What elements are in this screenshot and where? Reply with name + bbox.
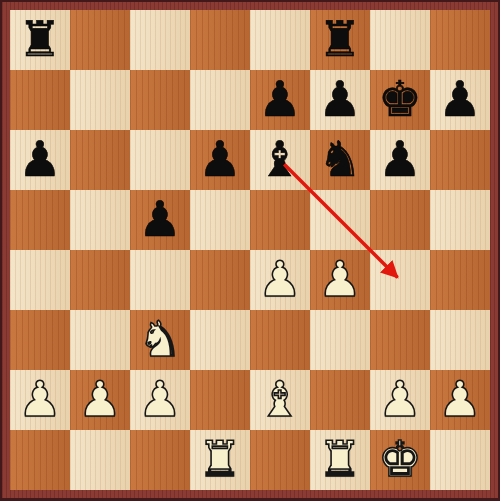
square-f4[interactable]: ♟ — [310, 250, 370, 310]
square-b1[interactable] — [70, 430, 130, 490]
square-a6[interactable]: ♟ — [10, 130, 70, 190]
square-c7[interactable] — [130, 70, 190, 130]
chess-board: ♜♜♟♟♚♟♟♟♝♞♟♟♟♟♞♟♟♟♝♟♟♜♜♚ — [10, 10, 490, 490]
white-pawn[interactable]: ♟ — [258, 250, 302, 310]
white-pawn[interactable]: ♟ — [138, 370, 182, 430]
square-b8[interactable] — [70, 10, 130, 70]
square-d4[interactable] — [190, 250, 250, 310]
square-g3[interactable] — [370, 310, 430, 370]
square-f3[interactable] — [310, 310, 370, 370]
white-pawn[interactable]: ♟ — [318, 250, 362, 310]
square-c6[interactable] — [130, 130, 190, 190]
black-pawn[interactable]: ♟ — [378, 130, 422, 190]
square-g1[interactable]: ♚ — [370, 430, 430, 490]
square-d5[interactable] — [190, 190, 250, 250]
square-d3[interactable] — [190, 310, 250, 370]
square-c3[interactable]: ♞ — [130, 310, 190, 370]
square-f7[interactable]: ♟ — [310, 70, 370, 130]
white-knight[interactable]: ♞ — [138, 310, 182, 370]
board-wrap: ♜♜♟♟♚♟♟♟♝♞♟♟♟♟♞♟♟♟♝♟♟♜♜♚ — [10, 10, 490, 490]
square-b3[interactable] — [70, 310, 130, 370]
square-e4[interactable]: ♟ — [250, 250, 310, 310]
square-e2[interactable]: ♝ — [250, 370, 310, 430]
square-a4[interactable] — [10, 250, 70, 310]
square-g7[interactable]: ♚ — [370, 70, 430, 130]
white-king[interactable]: ♚ — [378, 430, 422, 490]
square-h2[interactable]: ♟ — [430, 370, 490, 430]
board-frame: ♜♜♟♟♚♟♟♟♝♞♟♟♟♟♞♟♟♟♝♟♟♜♜♚ — [0, 0, 500, 500]
black-pawn[interactable]: ♟ — [438, 70, 482, 130]
square-e7[interactable]: ♟ — [250, 70, 310, 130]
square-f2[interactable] — [310, 370, 370, 430]
white-rook[interactable]: ♜ — [318, 430, 362, 490]
square-h4[interactable] — [430, 250, 490, 310]
square-a2[interactable]: ♟ — [10, 370, 70, 430]
square-a7[interactable] — [10, 70, 70, 130]
black-pawn[interactable]: ♟ — [18, 130, 62, 190]
white-pawn[interactable]: ♟ — [78, 370, 122, 430]
white-pawn[interactable]: ♟ — [438, 370, 482, 430]
square-h5[interactable] — [430, 190, 490, 250]
square-b7[interactable] — [70, 70, 130, 130]
black-pawn[interactable]: ♟ — [258, 70, 302, 130]
white-pawn[interactable]: ♟ — [378, 370, 422, 430]
square-g4[interactable] — [370, 250, 430, 310]
square-e1[interactable] — [250, 430, 310, 490]
square-c2[interactable]: ♟ — [130, 370, 190, 430]
square-e8[interactable] — [250, 10, 310, 70]
square-e5[interactable] — [250, 190, 310, 250]
square-c4[interactable] — [130, 250, 190, 310]
black-bishop[interactable]: ♝ — [258, 130, 302, 190]
square-g6[interactable]: ♟ — [370, 130, 430, 190]
square-c5[interactable]: ♟ — [130, 190, 190, 250]
square-a3[interactable] — [10, 310, 70, 370]
square-d6[interactable]: ♟ — [190, 130, 250, 190]
square-b6[interactable] — [70, 130, 130, 190]
square-d1[interactable]: ♜ — [190, 430, 250, 490]
square-g2[interactable]: ♟ — [370, 370, 430, 430]
white-pawn[interactable]: ♟ — [18, 370, 62, 430]
black-pawn[interactable]: ♟ — [198, 130, 242, 190]
square-c1[interactable] — [130, 430, 190, 490]
black-pawn[interactable]: ♟ — [138, 190, 182, 250]
square-h7[interactable]: ♟ — [430, 70, 490, 130]
white-bishop[interactable]: ♝ — [258, 370, 302, 430]
black-rook[interactable]: ♜ — [318, 10, 362, 70]
square-g8[interactable] — [370, 10, 430, 70]
square-f5[interactable] — [310, 190, 370, 250]
square-a8[interactable]: ♜ — [10, 10, 70, 70]
square-d8[interactable] — [190, 10, 250, 70]
black-rook[interactable]: ♜ — [18, 10, 62, 70]
black-pawn[interactable]: ♟ — [318, 70, 362, 130]
white-rook[interactable]: ♜ — [198, 430, 242, 490]
square-h8[interactable] — [430, 10, 490, 70]
square-e6[interactable]: ♝ — [250, 130, 310, 190]
square-a1[interactable] — [10, 430, 70, 490]
square-h1[interactable] — [430, 430, 490, 490]
square-a5[interactable] — [10, 190, 70, 250]
black-knight[interactable]: ♞ — [318, 130, 362, 190]
square-e3[interactable] — [250, 310, 310, 370]
square-h6[interactable] — [430, 130, 490, 190]
square-d7[interactable] — [190, 70, 250, 130]
square-f6[interactable]: ♞ — [310, 130, 370, 190]
square-f1[interactable]: ♜ — [310, 430, 370, 490]
square-b5[interactable] — [70, 190, 130, 250]
square-f8[interactable]: ♜ — [310, 10, 370, 70]
square-b2[interactable]: ♟ — [70, 370, 130, 430]
black-king[interactable]: ♚ — [378, 70, 422, 130]
square-b4[interactable] — [70, 250, 130, 310]
square-c8[interactable] — [130, 10, 190, 70]
square-h3[interactable] — [430, 310, 490, 370]
square-d2[interactable] — [190, 370, 250, 430]
square-g5[interactable] — [370, 190, 430, 250]
